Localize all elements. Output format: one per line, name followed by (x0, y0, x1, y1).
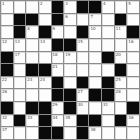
black-cell (39, 115, 51, 127)
white-cell[interactable]: 34 (52, 115, 64, 127)
black-cell (115, 115, 127, 127)
white-cell[interactable]: 21 (52, 64, 64, 76)
clue-number: 29 (53, 102, 58, 107)
white-cell[interactable] (14, 89, 26, 101)
crossword-grid: 1234567891011121314151617181920212223242… (1, 1, 139, 139)
white-cell[interactable] (14, 1, 26, 13)
clue-number: 35 (65, 115, 70, 120)
black-cell (89, 1, 101, 13)
black-cell (127, 26, 139, 38)
clue-number: 14 (40, 39, 45, 44)
white-cell[interactable] (26, 1, 38, 13)
white-cell[interactable]: 5 (127, 1, 139, 13)
white-cell[interactable]: 28 (115, 89, 127, 101)
white-cell[interactable]: 24 (39, 77, 51, 89)
clue-number: 31 (103, 102, 108, 107)
black-cell (52, 77, 64, 89)
white-cell[interactable]: 3 (64, 1, 76, 13)
white-cell[interactable] (64, 127, 76, 139)
black-cell (77, 115, 89, 127)
white-cell[interactable]: 1 (1, 1, 13, 13)
black-cell (14, 14, 26, 26)
black-cell (52, 14, 64, 26)
clue-number: 21 (53, 64, 58, 69)
clue-number: 32 (2, 115, 7, 120)
black-cell (1, 64, 13, 76)
black-cell (26, 64, 38, 76)
white-cell[interactable] (127, 64, 139, 76)
white-cell[interactable] (127, 52, 139, 64)
clue-number: 20 (116, 52, 121, 57)
black-cell (52, 39, 64, 51)
white-cell[interactable]: 26 (1, 89, 13, 101)
clue-number: 2 (40, 1, 43, 6)
white-cell[interactable]: 10 (89, 26, 101, 38)
white-cell[interactable] (89, 52, 101, 64)
white-cell[interactable] (64, 64, 76, 76)
black-cell (39, 64, 51, 76)
white-cell[interactable] (102, 39, 114, 51)
white-cell[interactable]: 30 (77, 102, 89, 114)
clue-number: 38 (90, 127, 95, 132)
clue-number: 9 (53, 26, 56, 31)
clue-number: 18 (53, 52, 58, 57)
white-cell[interactable] (89, 64, 101, 76)
clue-number: 23 (27, 77, 32, 82)
clue-number: 7 (90, 14, 93, 19)
clue-number: 4 (103, 1, 106, 6)
clue-number: 22 (2, 77, 7, 82)
clue-number: 30 (78, 102, 83, 107)
white-cell[interactable]: 11 (115, 26, 127, 38)
white-cell[interactable] (102, 14, 114, 26)
white-cell[interactable] (102, 64, 114, 76)
white-cell[interactable] (77, 52, 89, 64)
black-cell (77, 77, 89, 89)
white-cell[interactable] (26, 52, 38, 64)
white-cell[interactable]: 17 (14, 52, 26, 64)
black-cell (39, 127, 51, 139)
black-cell (77, 1, 89, 13)
clue-number: 25 (116, 77, 121, 82)
clue-number: 10 (90, 26, 95, 31)
clue-number: 3 (65, 1, 68, 6)
white-cell[interactable]: 38 (89, 127, 101, 139)
white-cell[interactable] (39, 52, 51, 64)
white-cell[interactable] (102, 26, 114, 38)
white-cell[interactable] (115, 102, 127, 114)
black-cell (115, 14, 127, 26)
clue-number: 11 (116, 26, 121, 31)
clue-number: 19 (65, 52, 70, 57)
black-cell (77, 26, 89, 38)
white-cell[interactable] (127, 89, 139, 101)
white-cell[interactable] (115, 39, 127, 51)
clue-number: 37 (2, 127, 7, 132)
white-cell[interactable]: 29 (52, 102, 64, 114)
black-cell (64, 39, 76, 51)
white-cell[interactable]: 8 (26, 26, 38, 38)
white-cell[interactable] (77, 14, 89, 26)
white-cell[interactable]: 20 (115, 52, 127, 64)
white-cell[interactable] (89, 102, 101, 114)
black-cell (52, 127, 64, 139)
white-cell[interactable] (26, 127, 38, 139)
white-cell[interactable]: 7 (89, 14, 101, 26)
white-cell[interactable] (89, 39, 101, 51)
white-cell[interactable]: 4 (102, 1, 114, 13)
white-cell[interactable] (77, 64, 89, 76)
white-cell[interactable]: 6 (64, 14, 76, 26)
black-cell (64, 89, 76, 101)
black-cell (52, 1, 64, 13)
white-cell[interactable]: 13 (14, 39, 26, 51)
black-cell (89, 115, 101, 127)
black-cell (39, 26, 51, 38)
clue-number: 36 (128, 115, 133, 120)
clue-number: 26 (2, 89, 7, 94)
white-cell[interactable] (64, 77, 76, 89)
white-cell[interactable] (127, 14, 139, 26)
white-cell[interactable]: 22 (1, 77, 13, 89)
white-cell[interactable] (102, 115, 114, 127)
black-cell (64, 102, 76, 114)
white-cell[interactable]: 18 (52, 52, 64, 64)
white-cell[interactable] (39, 14, 51, 26)
white-cell[interactable] (1, 14, 13, 26)
white-cell[interactable] (89, 77, 101, 89)
clue-number: 8 (27, 26, 30, 31)
black-cell (102, 77, 114, 89)
white-cell[interactable] (14, 102, 26, 114)
black-cell (77, 127, 89, 139)
clue-number: 15 (78, 39, 83, 44)
black-cell (115, 64, 127, 76)
black-cell (1, 52, 13, 64)
clue-number: 16 (128, 39, 133, 44)
black-cell (52, 89, 64, 101)
white-cell[interactable]: 33 (26, 115, 38, 127)
black-cell (102, 52, 114, 64)
white-cell[interactable] (127, 77, 139, 89)
black-cell (89, 89, 101, 101)
white-cell[interactable]: 37 (1, 127, 13, 139)
black-cell (26, 14, 38, 26)
white-cell[interactable]: 2 (39, 1, 51, 13)
clue-number: 28 (116, 89, 121, 94)
white-cell[interactable] (14, 77, 26, 89)
black-cell (26, 102, 38, 114)
white-cell[interactable]: 35 (64, 115, 76, 127)
white-cell[interactable]: 23 (26, 77, 38, 89)
clue-number: 17 (15, 52, 20, 57)
black-cell (14, 115, 26, 127)
white-cell[interactable]: 25 (115, 77, 127, 89)
clue-number: 12 (2, 39, 7, 44)
crossword-board: 1234567891011121314151617181920212223242… (0, 0, 140, 140)
black-cell (127, 102, 139, 114)
black-cell (102, 89, 114, 101)
black-cell (39, 102, 51, 114)
clue-number: 24 (40, 77, 45, 82)
white-cell[interactable]: 15 (77, 39, 89, 51)
white-cell[interactable] (26, 89, 38, 101)
white-cell[interactable] (64, 26, 76, 38)
white-cell[interactable] (26, 39, 38, 51)
white-cell[interactable] (14, 127, 26, 139)
clue-number: 5 (128, 1, 131, 6)
white-cell[interactable] (1, 26, 13, 38)
white-cell[interactable] (102, 127, 114, 139)
white-cell[interactable] (115, 127, 127, 139)
white-cell[interactable]: 14 (39, 39, 51, 51)
white-cell[interactable] (115, 1, 127, 13)
white-cell[interactable]: 9 (52, 26, 64, 38)
clue-number: 34 (53, 115, 58, 120)
white-cell[interactable]: 27 (77, 89, 89, 101)
white-cell[interactable]: 12 (1, 39, 13, 51)
clue-number: 27 (78, 89, 83, 94)
white-cell[interactable]: 36 (127, 115, 139, 127)
white-cell[interactable] (39, 89, 51, 101)
black-cell (1, 102, 13, 114)
white-cell[interactable] (14, 64, 26, 76)
white-cell[interactable]: 16 (127, 39, 139, 51)
white-cell[interactable]: 31 (102, 102, 114, 114)
white-cell[interactable]: 19 (64, 52, 76, 64)
clue-number: 13 (15, 39, 20, 44)
white-cell[interactable] (127, 127, 139, 139)
clue-number: 6 (65, 14, 68, 19)
clue-number: 1 (2, 1, 5, 6)
white-cell[interactable]: 32 (1, 115, 13, 127)
black-cell (14, 26, 26, 38)
clue-number: 33 (27, 115, 32, 120)
